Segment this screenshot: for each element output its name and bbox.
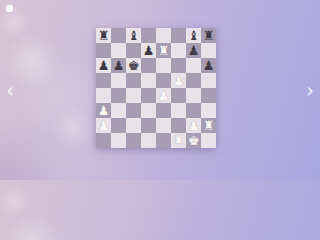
square-f8[interactable] (171, 28, 186, 43)
square-h3[interactable] (201, 103, 216, 118)
square-c6[interactable]: ♚ (126, 58, 141, 73)
square-e5[interactable] (156, 73, 171, 88)
square-a7[interactable] (96, 43, 111, 58)
square-a2[interactable]: ♟ (96, 118, 111, 133)
white-pawn[interactable]: ♟ (156, 88, 171, 103)
square-b8[interactable] (111, 28, 126, 43)
square-h8[interactable]: ♜ (201, 28, 216, 43)
square-d5[interactable] (141, 73, 156, 88)
black-pawn[interactable]: ♟ (201, 58, 216, 73)
square-f1[interactable]: ♜ (171, 133, 186, 148)
square-f2[interactable] (171, 118, 186, 133)
square-b3[interactable] (111, 103, 126, 118)
square-b4[interactable] (111, 88, 126, 103)
square-e1[interactable] (156, 133, 171, 148)
white-pawn[interactable]: ♟ (96, 118, 111, 133)
square-g1[interactable]: ♚ (186, 133, 201, 148)
square-c2[interactable] (126, 118, 141, 133)
white-king[interactable]: ♚ (186, 133, 201, 148)
black-king[interactable]: ♚ (126, 58, 141, 73)
square-d4[interactable] (141, 88, 156, 103)
square-a3[interactable]: ♟ (96, 103, 111, 118)
square-f5[interactable]: ♟ (171, 73, 186, 88)
square-a4[interactable] (96, 88, 111, 103)
square-f7[interactable] (171, 43, 186, 58)
previous-puzzle-button[interactable]: ‹ (3, 78, 17, 102)
white-rook[interactable]: ♜ (156, 43, 171, 58)
square-g6[interactable] (186, 58, 201, 73)
square-a1[interactable] (96, 133, 111, 148)
square-b2[interactable] (111, 118, 126, 133)
black-pawn[interactable]: ♟ (111, 58, 126, 73)
black-pawn[interactable]: ♟ (141, 43, 156, 58)
chevron-left-icon: ‹ (6, 79, 14, 101)
square-d3[interactable] (141, 103, 156, 118)
square-b6[interactable]: ♟ (111, 58, 126, 73)
square-e4[interactable]: ♟ (156, 88, 171, 103)
square-g8[interactable]: ♝ (186, 28, 201, 43)
square-h2[interactable]: ♜ (201, 118, 216, 133)
square-d8[interactable] (141, 28, 156, 43)
white-pawn[interactable]: ♟ (96, 103, 111, 118)
square-h1[interactable] (201, 133, 216, 148)
black-pawn[interactable]: ♟ (96, 58, 111, 73)
black-pawn[interactable]: ♟ (186, 43, 201, 58)
square-g5[interactable] (186, 73, 201, 88)
square-e8[interactable] (156, 28, 171, 43)
black-bishop[interactable]: ♝ (186, 28, 201, 43)
square-f3[interactable] (171, 103, 186, 118)
square-d6[interactable] (141, 58, 156, 73)
square-c1[interactable] (126, 133, 141, 148)
menu-icon[interactable] (6, 5, 13, 12)
square-a5[interactable] (96, 73, 111, 88)
square-g3[interactable] (186, 103, 201, 118)
square-d2[interactable] (141, 118, 156, 133)
square-f4[interactable] (171, 88, 186, 103)
white-pawn[interactable]: ♟ (171, 73, 186, 88)
square-b5[interactable] (111, 73, 126, 88)
square-b7[interactable] (111, 43, 126, 58)
square-g4[interactable] (186, 88, 201, 103)
white-pawn[interactable]: ♟ (186, 118, 201, 133)
square-g7[interactable]: ♟ (186, 43, 201, 58)
black-bishop[interactable]: ♝ (126, 28, 141, 43)
square-h7[interactable] (201, 43, 216, 58)
chevron-right-icon: › (306, 79, 314, 101)
square-e6[interactable] (156, 58, 171, 73)
square-h4[interactable] (201, 88, 216, 103)
square-c8[interactable]: ♝ (126, 28, 141, 43)
square-d7[interactable]: ♟ (141, 43, 156, 58)
square-b1[interactable] (111, 133, 126, 148)
square-e3[interactable] (156, 103, 171, 118)
black-rook[interactable]: ♜ (96, 28, 111, 43)
square-a6[interactable]: ♟ (96, 58, 111, 73)
white-rook[interactable]: ♜ (171, 133, 186, 148)
square-a8[interactable]: ♜ (96, 28, 111, 43)
square-g2[interactable]: ♟ (186, 118, 201, 133)
square-h6[interactable]: ♟ (201, 58, 216, 73)
square-c7[interactable] (126, 43, 141, 58)
square-c3[interactable] (126, 103, 141, 118)
square-c5[interactable] (126, 73, 141, 88)
square-h5[interactable] (201, 73, 216, 88)
square-f6[interactable] (171, 58, 186, 73)
chess-board: ♜♝♝♜♟♜♟♟♟♚♟♟♟♟♟♟♜♜♚ (96, 28, 216, 148)
white-rook[interactable]: ♜ (201, 118, 216, 133)
black-rook[interactable]: ♜ (201, 28, 216, 43)
square-d1[interactable] (141, 133, 156, 148)
square-e7[interactable]: ♜ (156, 43, 171, 58)
next-puzzle-button[interactable]: › (303, 78, 317, 102)
square-c4[interactable] (126, 88, 141, 103)
square-e2[interactable] (156, 118, 171, 133)
